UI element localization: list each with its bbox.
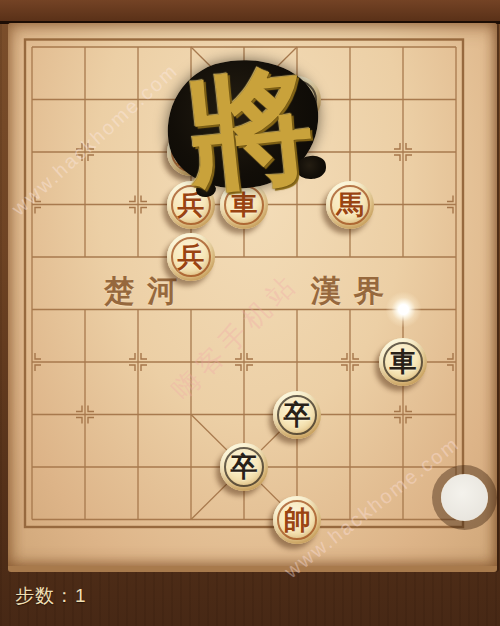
piece-label: 帥 bbox=[273, 496, 321, 544]
piece-black-general[interactable]: 将 bbox=[273, 76, 321, 124]
top-wood-bar bbox=[0, 0, 500, 24]
piece-red-soldier[interactable]: 兵 bbox=[167, 181, 215, 229]
last-move-glow bbox=[385, 291, 422, 328]
move-counter-label: 步数： bbox=[15, 585, 75, 606]
piece-label: 兵 bbox=[167, 181, 215, 229]
floating-circle-button[interactable] bbox=[441, 474, 488, 521]
move-counter: 步数：1 bbox=[15, 583, 87, 609]
piece-red-soldier[interactable]: 兵 bbox=[167, 233, 215, 281]
piece-black-soldier[interactable]: 卒 bbox=[273, 391, 321, 439]
piece-red-chariot[interactable]: 車 bbox=[220, 181, 268, 229]
piece-red-horse[interactable]: 馬 bbox=[326, 181, 374, 229]
piece-black-chariot[interactable]: 車 bbox=[379, 338, 427, 386]
piece-label: 兵 bbox=[167, 233, 215, 281]
move-counter-value: 1 bbox=[75, 585, 87, 606]
piece-label: 兵 bbox=[167, 128, 215, 176]
piece-label: 卒 bbox=[220, 443, 268, 491]
piece-label: 将 bbox=[273, 76, 321, 124]
piece-label: 卒 bbox=[273, 391, 321, 439]
piece-label: 車 bbox=[379, 338, 427, 386]
piece-red-general[interactable]: 帥 bbox=[273, 496, 321, 544]
piece-label: 馬 bbox=[326, 181, 374, 229]
piece-red-soldier[interactable]: 兵 bbox=[167, 128, 215, 176]
piece-black-soldier[interactable]: 卒 bbox=[220, 443, 268, 491]
piece-label: 車 bbox=[220, 181, 268, 229]
